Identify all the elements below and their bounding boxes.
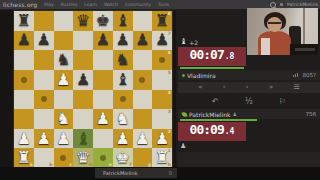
square-h6[interactable]: 6 <box>152 50 172 70</box>
square-e5[interactable] <box>93 70 113 90</box>
resign-button[interactable]: ⚐ <box>279 98 286 106</box>
black-bishop-f8: ♝ <box>115 12 129 28</box>
rank-coord-7: 7 <box>168 32 171 37</box>
lichess-logo[interactable]: lichess.org <box>3 1 37 8</box>
next-move-button[interactable]: › <box>246 84 249 91</box>
berserk-leaf-icon <box>181 111 187 117</box>
black-pawn-g7: ♟ <box>135 32 149 48</box>
online-dot-icon <box>182 74 185 77</box>
square-d1[interactable]: ♛d <box>73 148 93 168</box>
square-b3[interactable] <box>34 109 54 129</box>
move-dest-dot <box>100 155 106 161</box>
square-f1[interactable]: ♚f <box>113 148 133 168</box>
rank-coord-5: 5 <box>168 71 171 76</box>
top-player-name[interactable]: Vladimira <box>187 72 216 79</box>
square-f8[interactable]: ♝ <box>113 11 133 31</box>
square-a5[interactable] <box>14 70 34 90</box>
square-b4[interactable] <box>34 90 54 110</box>
move-dest-dot <box>60 155 66 161</box>
square-c5[interactable]: ♟ <box>54 70 74 90</box>
square-b7[interactable]: ♟ <box>34 31 54 51</box>
white-pawn-g2: ♟ <box>135 130 149 146</box>
player-tab[interactable]: PatrickMielink 0 <box>95 168 177 178</box>
square-b5[interactable] <box>34 70 54 90</box>
player-tab-label: PatrickMielink <box>103 170 138 176</box>
top-player-row: Vladimira 805? <box>178 70 320 80</box>
white-knight-f3: ♞ <box>115 110 129 126</box>
square-h7[interactable]: ♟7 <box>152 31 172 51</box>
square-c6[interactable]: ♞ <box>54 50 74 70</box>
move-dest-dot <box>139 77 145 83</box>
square-b6[interactable] <box>34 50 54 70</box>
square-h3[interactable]: 3 <box>152 109 172 129</box>
black-knight-f6: ♞ <box>115 52 129 68</box>
material-advantage: +2 <box>189 39 198 46</box>
top-clock-tenths: .8 <box>225 52 235 61</box>
square-c1[interactable]: c <box>54 148 74 168</box>
black-rook-a8: ♜ <box>17 12 31 28</box>
square-c3[interactable]: ♞ <box>54 109 74 129</box>
search-icon[interactable] <box>270 2 276 8</box>
square-h4[interactable]: 4 <box>152 90 172 110</box>
black-pawn-d5: ♟ <box>76 71 90 87</box>
black-pawn-e7: ♟ <box>96 32 110 48</box>
last-move-button[interactable]: » <box>269 84 273 91</box>
move-dest-dot <box>21 77 27 83</box>
nav-item-tools[interactable]: Tools <box>158 2 169 7</box>
square-d5[interactable]: ♟ <box>73 70 93 90</box>
bottom-player-name[interactable]: PatrickMielink <box>189 111 230 118</box>
top-player-clock: 00:07 .8 <box>178 47 246 66</box>
black-pawn-b7: ♟ <box>36 32 50 48</box>
square-g7[interactable]: ♟ <box>133 31 153 51</box>
nav-item-learn[interactable]: Learn <box>84 2 97 7</box>
top-player-rating: 805? <box>303 72 316 78</box>
nav-item-puzzles[interactable]: Puzzles <box>61 2 78 7</box>
square-a7[interactable]: ♟ <box>14 31 34 51</box>
square-b8[interactable] <box>34 11 54 31</box>
black-knight-c6: ♞ <box>56 52 70 68</box>
captured-pawn-icon: ♟ <box>180 143 186 150</box>
white-pawn-f2: ♟ <box>115 130 129 146</box>
square-f4[interactable] <box>113 90 133 110</box>
square-a3[interactable] <box>14 109 34 129</box>
square-c8[interactable] <box>54 11 74 31</box>
black-bishop-f5: ♝ <box>115 71 129 87</box>
square-h2[interactable]: ♟2 <box>152 129 172 149</box>
move-nav-bar: « ‹ › » ☰ <box>178 82 320 93</box>
square-g8[interactable] <box>133 11 153 31</box>
square-g5[interactable] <box>133 70 153 90</box>
rank-coord-1: 1 <box>168 149 171 154</box>
bottom-bar: PatrickMielink 0 <box>0 167 320 180</box>
square-b2[interactable]: ♟ <box>34 129 54 149</box>
move-dest-dot <box>120 96 126 102</box>
square-d3[interactable] <box>73 109 93 129</box>
lichess-game-screen: lichess.org Play Puzzles Learn Watch Com… <box>0 0 320 180</box>
square-d8[interactable]: ♛ <box>73 11 93 31</box>
rank-coord-2: 2 <box>168 130 171 135</box>
rank-coord-4: 4 <box>168 91 171 96</box>
square-e1[interactable]: e <box>93 148 113 168</box>
move-dest-dot <box>41 96 47 102</box>
rank-coord-8: 8 <box>168 12 171 17</box>
game-actions: ↶ ½ ⚐ <box>212 96 286 107</box>
rank-coord-3: 3 <box>168 110 171 115</box>
black-pawn-f7: ♟ <box>115 32 129 48</box>
bottom-captured-tray: ♟ <box>180 143 186 150</box>
square-h5[interactable]: 5 <box>152 70 172 90</box>
takeback-button[interactable]: ↶ <box>212 98 219 106</box>
square-g2[interactable]: ♟ <box>133 129 153 149</box>
square-g6[interactable] <box>133 50 153 70</box>
black-queen-d8: ♛ <box>76 12 90 28</box>
square-e2[interactable] <box>93 129 113 149</box>
square-h1[interactable]: ♜1h <box>152 148 172 168</box>
chat-pane <box>178 152 320 167</box>
square-b1[interactable]: b <box>34 148 54 168</box>
square-e8[interactable]: ♚ <box>93 11 113 31</box>
square-a2[interactable]: ♟ <box>14 129 34 149</box>
signal-bars-icon <box>293 73 298 77</box>
square-c2[interactable]: ♟ <box>54 129 74 149</box>
white-pawn-c5: ♟ <box>56 71 70 87</box>
bottom-clock-time: 00:09 <box>190 122 224 137</box>
square-f3[interactable]: ♞ <box>113 109 133 129</box>
white-pawn-a2: ♟ <box>17 130 31 146</box>
square-c7[interactable] <box>54 31 74 51</box>
square-a8[interactable]: ♜ <box>14 11 34 31</box>
square-e3[interactable]: ♟ <box>93 109 113 129</box>
square-g3[interactable] <box>133 109 153 129</box>
square-g4[interactable] <box>133 90 153 110</box>
player-tab-count: 0 <box>169 170 172 176</box>
challenge-icon[interactable] <box>280 3 283 6</box>
square-f5[interactable]: ♝ <box>113 70 133 90</box>
square-g1[interactable]: g <box>133 148 153 168</box>
square-c4[interactable] <box>54 90 74 110</box>
square-f6[interactable]: ♞ <box>113 50 133 70</box>
draw-offer-button[interactable]: ½ <box>245 98 253 106</box>
nav-item-community[interactable]: Community <box>125 2 151 7</box>
white-knight-c3: ♞ <box>56 110 70 126</box>
rank-coord-6: 6 <box>168 51 171 56</box>
bottom-time-bar <box>180 119 257 121</box>
bottom-player-clock: 00:09 .4 <box>178 122 246 141</box>
keyboard-shape <box>295 48 315 51</box>
streamer-shirt-patch <box>261 38 270 55</box>
black-pawn-a7: ♟ <box>17 32 31 48</box>
chess-board: ♜♛♚♝♜8♟♟♟♟♟♟7♞♞6♟♟♝54♞♟♞3♟♟♟♝♟♟♟2♜abc♛de… <box>13 10 173 169</box>
square-a1[interactable]: ♜a <box>14 148 34 168</box>
square-e6[interactable] <box>93 50 113 70</box>
square-f7[interactable]: ♟ <box>113 31 133 51</box>
flair-pawn-icon: ♟ <box>232 111 236 117</box>
white-pawn-e3: ♟ <box>96 110 110 126</box>
board-menu-button[interactable]: ☰ <box>293 84 299 91</box>
square-h8[interactable]: ♜8 <box>152 11 172 31</box>
bottom-player-row: PatrickMielink ♟ 756 <box>178 109 320 119</box>
streamer-face <box>267 17 282 32</box>
square-d7[interactable] <box>73 31 93 51</box>
captured-bishop-icon: ♝ <box>180 38 187 46</box>
prev-move-button[interactable]: ‹ <box>223 84 226 91</box>
square-a6[interactable] <box>14 50 34 70</box>
nav-item-watch[interactable]: Watch <box>104 2 118 7</box>
square-d2[interactable]: ♝ <box>73 129 93 149</box>
bottom-player-rating: 756 <box>306 111 317 117</box>
nav-username[interactable]: PatrickMielink <box>287 2 318 7</box>
square-e7[interactable]: ♟ <box>93 31 113 51</box>
top-clock-time: 00:07 <box>190 47 224 62</box>
square-a4[interactable] <box>14 90 34 110</box>
top-time-bar <box>180 67 244 69</box>
square-f2[interactable]: ♟ <box>113 129 133 149</box>
move-dest-dot <box>159 57 165 63</box>
black-king-e8: ♚ <box>96 12 110 28</box>
nav-item-play[interactable]: Play <box>44 2 53 7</box>
webcam-overlay <box>247 8 318 55</box>
white-bishop-d2: ♝ <box>76 130 90 146</box>
white-pawn-c2: ♟ <box>56 130 70 146</box>
first-move-button[interactable]: « <box>198 84 202 91</box>
square-d4[interactable] <box>73 90 93 110</box>
square-e4[interactable] <box>93 90 113 110</box>
white-king-f1: ♚ <box>115 150 129 166</box>
top-captured-tray: ♝ +2 <box>180 38 198 46</box>
bottom-clock-tenths: .4 <box>225 127 235 136</box>
square-d6[interactable] <box>73 50 93 70</box>
white-pawn-b2: ♟ <box>36 130 50 146</box>
streamer-glasses <box>268 22 281 24</box>
